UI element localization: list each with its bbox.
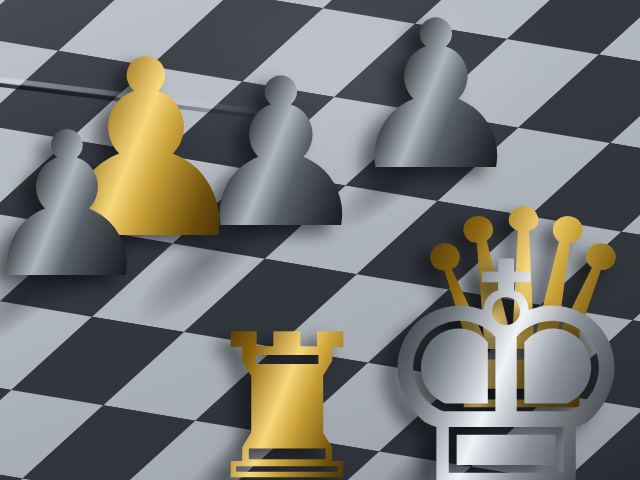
chess-board	[0, 0, 640, 480]
chessboard-photo: ♟♟♟♟♜♛♚	[0, 0, 640, 480]
